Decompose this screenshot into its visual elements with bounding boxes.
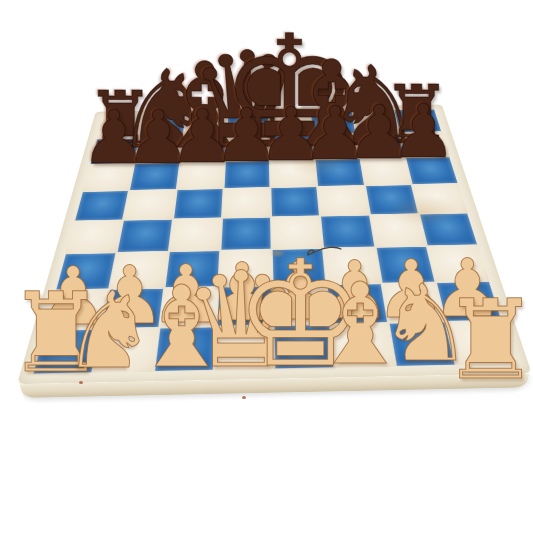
square-c4 [168,218,221,252]
square-h1 [445,320,516,365]
square-g5 [364,184,418,215]
square-g1 [387,321,455,366]
square-b7 [134,137,182,163]
square-b2 [101,287,163,328]
square-c3 [163,250,219,287]
square-d4 [220,217,272,251]
square-a7 [89,138,139,164]
square-b4 [116,219,172,253]
square-g8 [351,110,398,134]
square-h3 [426,245,489,282]
square-h2 [435,280,502,321]
square-b8 [139,114,185,138]
square-e2 [272,284,330,325]
square-h8 [393,109,442,133]
square-c7 [179,136,225,162]
square-d1 [213,325,274,371]
square-e5 [270,186,320,217]
square-c8 [182,113,226,137]
square-a1 [32,328,101,374]
square-c1 [153,326,216,372]
red-speck [242,396,246,399]
square-b6 [129,162,179,190]
chess-board [32,109,516,374]
square-d2 [216,285,273,326]
square-c2 [158,286,217,327]
square-b5 [123,189,176,220]
square-b3 [109,251,168,288]
square-a2 [44,288,109,329]
square-d6 [223,160,270,188]
square-h5 [411,183,467,213]
square-e1 [273,323,334,368]
square-f4 [320,215,375,248]
square-c6 [176,161,224,189]
photo-canvas: ♜♞♝♛♚♝♞♜♟♟♟♟♟♟♟♟♟♟♟♟♟♟♟♟♜♞♝♛♚♝♞♜ [0,0,533,533]
square-d8 [226,112,269,136]
square-b1 [92,327,158,373]
square-f2 [326,283,387,324]
square-f8 [310,110,355,134]
square-g3 [374,246,434,283]
square-f3 [323,247,381,284]
square-a8 [96,115,144,139]
square-f7 [312,133,359,159]
square-e6 [269,159,317,187]
square-g4 [369,213,426,246]
square-a3 [55,252,117,289]
square-g2 [381,282,445,323]
square-e8 [268,111,312,135]
chess-board-slab [17,104,532,384]
square-a6 [82,163,134,191]
board-front-edge [19,373,529,397]
square-h7 [398,131,449,157]
square-f6 [314,158,364,186]
square-e3 [271,248,326,285]
square-d3 [218,249,272,286]
square-f1 [330,322,395,367]
square-h4 [418,212,478,245]
square-g6 [359,157,411,185]
square-a4 [65,220,123,254]
square-a5 [74,190,129,221]
square-d5 [221,187,270,218]
square-c5 [172,188,223,219]
square-d7 [224,135,269,161]
square-e4 [271,216,323,250]
square-e7 [269,134,315,160]
square-g7 [355,132,404,158]
square-f5 [317,185,369,216]
square-h6 [404,156,458,184]
